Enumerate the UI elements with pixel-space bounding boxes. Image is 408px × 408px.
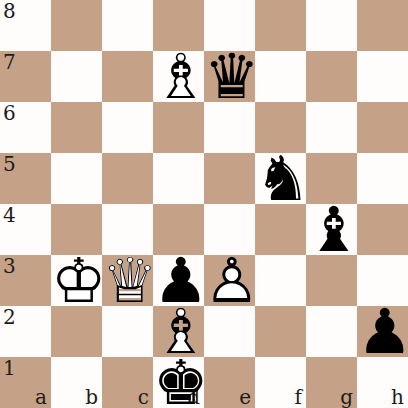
rank-label-8: 8 — [3, 0, 16, 22]
square-e7[interactable]: ♛ — [204, 51, 255, 102]
square-b6[interactable] — [51, 102, 102, 153]
white-king-icon: ♔ — [51, 255, 102, 306]
file-label-c: c — [138, 387, 149, 407]
black-king[interactable]: ♚ — [153, 357, 204, 408]
square-g3[interactable] — [306, 255, 357, 306]
square-c6[interactable] — [102, 102, 153, 153]
square-f5[interactable]: ♞ — [255, 153, 306, 204]
square-e5[interactable] — [204, 153, 255, 204]
square-g2[interactable] — [306, 306, 357, 357]
square-f1[interactable]: f — [255, 357, 306, 408]
square-h6[interactable] — [357, 102, 408, 153]
square-g6[interactable] — [306, 102, 357, 153]
file-label-e: e — [239, 387, 251, 407]
square-e2[interactable] — [204, 306, 255, 357]
square-b3[interactable]: ♚♔ — [51, 255, 102, 306]
square-b7[interactable] — [51, 51, 102, 102]
square-c2[interactable] — [102, 306, 153, 357]
square-a8[interactable]: 8 — [0, 0, 51, 51]
square-f4[interactable] — [255, 204, 306, 255]
rank-label-5: 5 — [3, 153, 16, 175]
black-queen[interactable]: ♛ — [204, 51, 255, 102]
rank-label-2: 2 — [3, 306, 16, 328]
rank-label-6: 6 — [3, 102, 16, 124]
square-e1[interactable]: e — [204, 357, 255, 408]
square-h7[interactable] — [357, 51, 408, 102]
square-a7[interactable]: 7 — [0, 51, 51, 102]
square-d6[interactable] — [153, 102, 204, 153]
square-e3[interactable]: ♟♙ — [204, 255, 255, 306]
rank-label-1: 1 — [3, 357, 16, 379]
white-king[interactable]: ♚♔ — [51, 255, 102, 306]
file-label-h: h — [391, 387, 404, 407]
square-d1[interactable]: d♚ — [153, 357, 204, 408]
black-pawn-icon: ♟ — [357, 306, 408, 357]
square-a4[interactable]: 4 — [0, 204, 51, 255]
square-h8[interactable] — [357, 0, 408, 51]
white-queen-icon: ♕ — [102, 255, 153, 306]
square-a1[interactable]: 1a — [0, 357, 51, 408]
black-bishop-icon: ♝ — [306, 204, 357, 255]
square-g7[interactable] — [306, 51, 357, 102]
square-a6[interactable]: 6 — [0, 102, 51, 153]
white-pawn[interactable]: ♟♙ — [204, 255, 255, 306]
square-c8[interactable] — [102, 0, 153, 51]
square-f2[interactable] — [255, 306, 306, 357]
square-a2[interactable]: 2 — [0, 306, 51, 357]
square-a3[interactable]: 3 — [0, 255, 51, 306]
black-queen-icon: ♛ — [204, 51, 255, 102]
file-label-f: f — [295, 387, 302, 407]
file-label-a: a — [35, 387, 47, 407]
square-c3[interactable]: ♛♕ — [102, 255, 153, 306]
file-label-b: b — [85, 387, 98, 407]
square-h1[interactable]: h — [357, 357, 408, 408]
square-c7[interactable] — [102, 51, 153, 102]
file-label-g: g — [340, 387, 353, 407]
square-b5[interactable] — [51, 153, 102, 204]
square-d7[interactable]: ♝♗ — [153, 51, 204, 102]
square-g8[interactable] — [306, 0, 357, 51]
square-c1[interactable]: c — [102, 357, 153, 408]
square-g4[interactable]: ♝ — [306, 204, 357, 255]
square-d5[interactable] — [153, 153, 204, 204]
square-g1[interactable]: g — [306, 357, 357, 408]
square-h5[interactable] — [357, 153, 408, 204]
square-b2[interactable] — [51, 306, 102, 357]
square-f7[interactable] — [255, 51, 306, 102]
chess-board: 87♝♗♛65♞4♝3♚♔♛♕♟♟♙2♝♗♟1abcd♚efgh — [0, 0, 408, 408]
white-pawn-icon: ♙ — [204, 255, 255, 306]
square-b1[interactable]: b — [51, 357, 102, 408]
white-bishop[interactable]: ♝♗ — [153, 51, 204, 102]
rank-label-4: 4 — [3, 204, 16, 226]
rank-label-7: 7 — [3, 51, 16, 73]
black-pawn[interactable]: ♟ — [357, 306, 408, 357]
square-f3[interactable] — [255, 255, 306, 306]
square-c5[interactable] — [102, 153, 153, 204]
rank-label-3: 3 — [3, 255, 16, 277]
black-bishop[interactable]: ♝ — [306, 204, 357, 255]
black-king-icon: ♚ — [153, 357, 204, 408]
black-knight[interactable]: ♞ — [255, 153, 306, 204]
square-a5[interactable]: 5 — [0, 153, 51, 204]
square-f8[interactable] — [255, 0, 306, 51]
square-e6[interactable] — [204, 102, 255, 153]
white-bishop-icon: ♗ — [153, 51, 204, 102]
white-queen[interactable]: ♛♕ — [102, 255, 153, 306]
square-h4[interactable] — [357, 204, 408, 255]
square-h2[interactable]: ♟ — [357, 306, 408, 357]
square-b8[interactable] — [51, 0, 102, 51]
black-knight-icon: ♞ — [255, 153, 306, 204]
